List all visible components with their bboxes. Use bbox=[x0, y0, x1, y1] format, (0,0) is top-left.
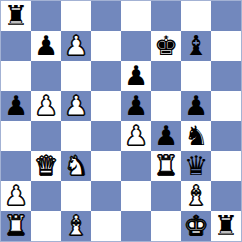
black-pawn[interactable]: ♟︎ bbox=[154, 121, 178, 151]
square-h8[interactable] bbox=[211, 1, 241, 31]
square-e4[interactable]: ♟︎ bbox=[121, 121, 151, 151]
square-d8[interactable] bbox=[91, 1, 121, 31]
square-d3[interactable] bbox=[91, 151, 121, 181]
square-d5[interactable] bbox=[91, 91, 121, 121]
white-bishop[interactable]: ♝︎ bbox=[64, 211, 88, 241]
square-c1[interactable]: ♝︎ bbox=[61, 211, 91, 241]
square-h2[interactable] bbox=[211, 181, 241, 211]
square-g6[interactable] bbox=[181, 61, 211, 91]
square-a5[interactable]: ♟︎ bbox=[1, 91, 31, 121]
white-bishop[interactable]: ♝︎ bbox=[184, 181, 208, 211]
square-c7[interactable]: ♟︎ bbox=[61, 31, 91, 61]
black-pawn[interactable]: ♟︎ bbox=[34, 31, 58, 61]
white-pawn[interactable]: ♟︎ bbox=[4, 181, 28, 211]
square-e2[interactable] bbox=[121, 181, 151, 211]
black-queen[interactable]: ♛︎ bbox=[184, 151, 208, 181]
square-d1[interactable] bbox=[91, 211, 121, 241]
black-rook[interactable]: ♜︎ bbox=[4, 1, 28, 31]
square-a6[interactable] bbox=[1, 61, 31, 91]
square-a2[interactable]: ♟︎ bbox=[1, 181, 31, 211]
black-bishop[interactable]: ♝︎ bbox=[184, 31, 208, 61]
black-pawn[interactable]: ♟︎ bbox=[124, 61, 148, 91]
white-knight[interactable]: ♞︎ bbox=[64, 151, 88, 181]
square-f2[interactable] bbox=[151, 181, 181, 211]
black-pawn[interactable]: ♟︎ bbox=[4, 91, 28, 121]
square-g7[interactable]: ♝︎ bbox=[181, 31, 211, 61]
square-f4[interactable]: ♟︎ bbox=[151, 121, 181, 151]
chess-board-container: ♜︎♟︎♟︎♚︎♝︎♟︎♟︎♟︎♟︎♟︎♟︎♟︎♟︎♞︎♛︎♞︎♜︎♛︎♟︎♝︎… bbox=[0, 0, 242, 242]
white-rook[interactable]: ♜︎ bbox=[154, 151, 178, 181]
square-c4[interactable] bbox=[61, 121, 91, 151]
black-king[interactable]: ♚︎ bbox=[154, 31, 178, 61]
white-pawn[interactable]: ♟︎ bbox=[64, 91, 88, 121]
square-d2[interactable] bbox=[91, 181, 121, 211]
square-g1[interactable]: ♚︎ bbox=[181, 211, 211, 241]
square-c5[interactable]: ♟︎ bbox=[61, 91, 91, 121]
chess-board: ♜︎♟︎♟︎♚︎♝︎♟︎♟︎♟︎♟︎♟︎♟︎♟︎♟︎♞︎♛︎♞︎♜︎♛︎♟︎♝︎… bbox=[0, 0, 242, 242]
square-g8[interactable] bbox=[181, 1, 211, 31]
square-e6[interactable]: ♟︎ bbox=[121, 61, 151, 91]
square-a4[interactable] bbox=[1, 121, 31, 151]
square-c3[interactable]: ♞︎ bbox=[61, 151, 91, 181]
white-pawn[interactable]: ♟︎ bbox=[64, 31, 88, 61]
square-e1[interactable] bbox=[121, 211, 151, 241]
square-c8[interactable] bbox=[61, 1, 91, 31]
square-h6[interactable] bbox=[211, 61, 241, 91]
square-h5[interactable] bbox=[211, 91, 241, 121]
square-f3[interactable]: ♜︎ bbox=[151, 151, 181, 181]
square-d4[interactable] bbox=[91, 121, 121, 151]
square-f1[interactable] bbox=[151, 211, 181, 241]
square-f7[interactable]: ♚︎ bbox=[151, 31, 181, 61]
square-g2[interactable]: ♝︎ bbox=[181, 181, 211, 211]
white-pawn[interactable]: ♟︎ bbox=[34, 91, 58, 121]
white-king[interactable]: ♚︎ bbox=[184, 211, 208, 241]
square-b3[interactable]: ♛︎ bbox=[31, 151, 61, 181]
square-g5[interactable]: ♟︎ bbox=[181, 91, 211, 121]
square-c6[interactable] bbox=[61, 61, 91, 91]
square-g4[interactable]: ♞︎ bbox=[181, 121, 211, 151]
square-a8[interactable]: ♜︎ bbox=[1, 1, 31, 31]
black-pawn[interactable]: ♟︎ bbox=[184, 91, 208, 121]
square-d7[interactable] bbox=[91, 31, 121, 61]
square-e3[interactable] bbox=[121, 151, 151, 181]
black-rook[interactable]: ♜︎ bbox=[214, 211, 238, 241]
square-b5[interactable]: ♟︎ bbox=[31, 91, 61, 121]
black-knight[interactable]: ♞︎ bbox=[184, 121, 208, 151]
white-queen[interactable]: ♛︎ bbox=[34, 151, 58, 181]
square-a1[interactable]: ♜︎ bbox=[1, 211, 31, 241]
white-rook[interactable]: ♜︎ bbox=[4, 211, 28, 241]
square-b8[interactable] bbox=[31, 1, 61, 31]
square-b2[interactable] bbox=[31, 181, 61, 211]
square-b1[interactable] bbox=[31, 211, 61, 241]
square-e5[interactable]: ♟︎ bbox=[121, 91, 151, 121]
square-h7[interactable] bbox=[211, 31, 241, 61]
square-d6[interactable] bbox=[91, 61, 121, 91]
square-f8[interactable] bbox=[151, 1, 181, 31]
square-a3[interactable] bbox=[1, 151, 31, 181]
square-h1[interactable]: ♜︎ bbox=[211, 211, 241, 241]
white-pawn[interactable]: ♟︎ bbox=[124, 121, 148, 151]
square-b4[interactable] bbox=[31, 121, 61, 151]
square-h3[interactable] bbox=[211, 151, 241, 181]
square-e8[interactable] bbox=[121, 1, 151, 31]
square-g3[interactable]: ♛︎ bbox=[181, 151, 211, 181]
square-a7[interactable] bbox=[1, 31, 31, 61]
black-pawn[interactable]: ♟︎ bbox=[124, 91, 148, 121]
square-f6[interactable] bbox=[151, 61, 181, 91]
square-e7[interactable] bbox=[121, 31, 151, 61]
square-h4[interactable] bbox=[211, 121, 241, 151]
square-f5[interactable] bbox=[151, 91, 181, 121]
square-b6[interactable] bbox=[31, 61, 61, 91]
square-b7[interactable]: ♟︎ bbox=[31, 31, 61, 61]
square-c2[interactable] bbox=[61, 181, 91, 211]
